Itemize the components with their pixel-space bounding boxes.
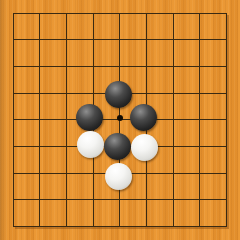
grid-line-vertical: [199, 13, 200, 227]
grid-line-vertical: [226, 13, 227, 227]
go-board[interactable]: [0, 0, 240, 240]
grid-line-vertical: [173, 13, 174, 227]
star-point: [117, 115, 123, 121]
grid-line-horizontal: [13, 226, 227, 227]
grid-line-horizontal: [13, 199, 227, 200]
white-stone: [77, 131, 104, 158]
